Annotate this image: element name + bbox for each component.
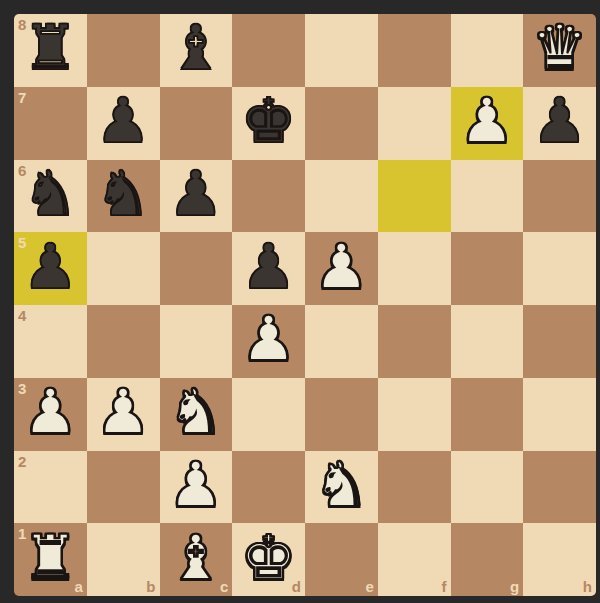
piece-white-knight[interactable]: ♞ <box>314 454 370 516</box>
piece-white-pawn[interactable]: ♟ <box>95 381 151 443</box>
piece-black-rook[interactable]: ♜ <box>23 17 79 79</box>
rank-label-5: 5 <box>18 235 26 250</box>
square-e2[interactable]: ♞ <box>305 451 378 524</box>
square-a6[interactable]: ♞6 <box>14 160 87 233</box>
square-c7[interactable] <box>160 87 233 160</box>
square-e3[interactable] <box>305 378 378 451</box>
rank-label-6: 6 <box>18 163 26 178</box>
piece-white-rook[interactable]: ♜ <box>23 527 79 589</box>
square-c1[interactable]: ♝c <box>160 523 233 596</box>
square-a5[interactable]: ♟5 <box>14 232 87 305</box>
square-c2[interactable]: ♟ <box>160 451 233 524</box>
square-d7[interactable]: ♚ <box>232 87 305 160</box>
square-e4[interactable] <box>305 305 378 378</box>
square-f3[interactable] <box>378 378 451 451</box>
piece-white-pawn[interactable]: ♟ <box>241 308 297 370</box>
square-f2[interactable] <box>378 451 451 524</box>
piece-white-pawn[interactable]: ♟ <box>168 454 224 516</box>
chess-board: ♜8♝♛7♟♚♟♟♞6♞♟♟5♟♟4♟♟3♟♞2♟♞♜1ab♝c♚defgh <box>14 14 596 596</box>
square-d5[interactable]: ♟ <box>232 232 305 305</box>
square-e7[interactable] <box>305 87 378 160</box>
file-label-g: g <box>510 579 519 594</box>
square-f8[interactable] <box>378 14 451 87</box>
rank-label-2: 2 <box>18 454 26 469</box>
piece-white-king[interactable]: ♚ <box>241 527 297 589</box>
square-f1[interactable]: f <box>378 523 451 596</box>
square-g2[interactable] <box>451 451 524 524</box>
square-a8[interactable]: ♜8 <box>14 14 87 87</box>
piece-black-knight[interactable]: ♞ <box>95 163 151 225</box>
file-label-b: b <box>146 579 155 594</box>
piece-black-king[interactable]: ♚ <box>241 90 297 152</box>
piece-white-pawn[interactable]: ♟ <box>314 236 370 298</box>
square-b3[interactable]: ♟ <box>87 378 160 451</box>
square-f6[interactable] <box>378 160 451 233</box>
piece-white-bishop[interactable]: ♝ <box>168 527 224 589</box>
square-f7[interactable] <box>378 87 451 160</box>
file-label-f: f <box>442 579 447 594</box>
square-h4[interactable] <box>523 305 596 378</box>
square-d8[interactable] <box>232 14 305 87</box>
square-h2[interactable] <box>523 451 596 524</box>
square-h3[interactable] <box>523 378 596 451</box>
square-e8[interactable] <box>305 14 378 87</box>
square-b5[interactable] <box>87 232 160 305</box>
square-c3[interactable]: ♞ <box>160 378 233 451</box>
piece-black-pawn[interactable]: ♟ <box>241 236 297 298</box>
file-label-e: e <box>365 579 373 594</box>
piece-black-pawn[interactable]: ♟ <box>532 90 588 152</box>
square-h6[interactable] <box>523 160 596 233</box>
square-b8[interactable] <box>87 14 160 87</box>
square-b7[interactable]: ♟ <box>87 87 160 160</box>
square-f5[interactable] <box>378 232 451 305</box>
square-b1[interactable]: b <box>87 523 160 596</box>
square-c5[interactable] <box>160 232 233 305</box>
square-h8[interactable]: ♛ <box>523 14 596 87</box>
square-d4[interactable]: ♟ <box>232 305 305 378</box>
file-label-h: h <box>583 579 592 594</box>
piece-black-knight[interactable]: ♞ <box>23 163 79 225</box>
rank-label-3: 3 <box>18 381 26 396</box>
rank-label-7: 7 <box>18 90 26 105</box>
square-f4[interactable] <box>378 305 451 378</box>
square-d2[interactable] <box>232 451 305 524</box>
file-label-a: a <box>74 579 82 594</box>
square-d3[interactable] <box>232 378 305 451</box>
square-g3[interactable] <box>451 378 524 451</box>
square-e1[interactable]: e <box>305 523 378 596</box>
piece-white-pawn[interactable]: ♟ <box>23 381 79 443</box>
file-label-d: d <box>292 579 301 594</box>
square-a7[interactable]: 7 <box>14 87 87 160</box>
square-b6[interactable]: ♞ <box>87 160 160 233</box>
file-label-c: c <box>220 579 228 594</box>
square-h5[interactable] <box>523 232 596 305</box>
square-a1[interactable]: ♜1a <box>14 523 87 596</box>
square-c6[interactable]: ♟ <box>160 160 233 233</box>
rank-label-4: 4 <box>18 308 26 323</box>
square-e5[interactable]: ♟ <box>305 232 378 305</box>
piece-black-pawn[interactable]: ♟ <box>168 163 224 225</box>
piece-black-pawn[interactable]: ♟ <box>23 236 79 298</box>
square-e6[interactable] <box>305 160 378 233</box>
square-a2[interactable]: 2 <box>14 451 87 524</box>
square-g6[interactable] <box>451 160 524 233</box>
square-g1[interactable]: g <box>451 523 524 596</box>
square-h1[interactable]: h <box>523 523 596 596</box>
square-h7[interactable]: ♟ <box>523 87 596 160</box>
rank-label-8: 8 <box>18 17 26 32</box>
rank-label-1: 1 <box>18 526 26 541</box>
square-a4[interactable]: 4 <box>14 305 87 378</box>
square-g5[interactable] <box>451 232 524 305</box>
square-g8[interactable] <box>451 14 524 87</box>
piece-black-pawn[interactable]: ♟ <box>95 90 151 152</box>
piece-black-bishop[interactable]: ♝ <box>168 17 224 79</box>
piece-white-pawn[interactable]: ♟ <box>459 90 515 152</box>
square-a3[interactable]: ♟3 <box>14 378 87 451</box>
square-d6[interactable] <box>232 160 305 233</box>
square-c8[interactable]: ♝ <box>160 14 233 87</box>
square-b4[interactable] <box>87 305 160 378</box>
square-d1[interactable]: ♚d <box>232 523 305 596</box>
piece-white-queen[interactable]: ♛ <box>532 17 588 79</box>
square-c4[interactable] <box>160 305 233 378</box>
square-g7[interactable]: ♟ <box>451 87 524 160</box>
square-g4[interactable] <box>451 305 524 378</box>
square-b2[interactable] <box>87 451 160 524</box>
piece-white-knight[interactable]: ♞ <box>168 381 224 443</box>
